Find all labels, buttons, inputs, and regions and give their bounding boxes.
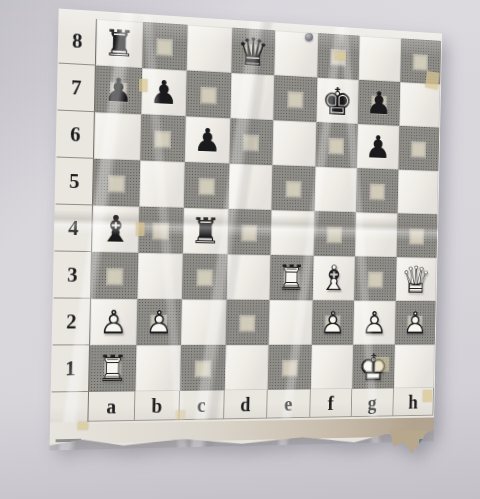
file-label-f: f — [310, 389, 353, 418]
square-e5[interactable] — [271, 165, 315, 211]
square-b2[interactable]: ♟♙ — [136, 299, 182, 345]
square-marker — [286, 181, 301, 197]
chess-board-wrap: 8♜♛7♟♟♚♟6♟♟54♝♜3♜♖♝♗♛♕2♟♙♟♙♟♙♟♙♟♙1♜♖♚♔ab… — [49, 9, 480, 464]
square-h5[interactable] — [397, 170, 438, 215]
piece-bP-g6[interactable]: ♟ — [357, 124, 399, 170]
square-c3[interactable] — [182, 254, 227, 300]
square-c2[interactable] — [181, 299, 226, 345]
square-a2[interactable]: ♟♙ — [90, 299, 137, 346]
square-a8[interactable]: ♜ — [96, 19, 143, 68]
square-h6[interactable] — [398, 126, 439, 171]
square-a6[interactable] — [94, 112, 141, 160]
rank-label-4: 4 — [55, 204, 93, 252]
square-marker — [201, 87, 216, 103]
square-d5[interactable] — [228, 164, 272, 210]
piece-wR-a1[interactable]: ♜♖ — [89, 345, 136, 392]
maker-mark — [56, 439, 82, 443]
piece-bR-c4[interactable]: ♜ — [183, 208, 228, 255]
square-d2[interactable] — [225, 300, 269, 345]
square-f6[interactable] — [315, 122, 358, 168]
piece-wP-g2[interactable]: ♟♙ — [353, 301, 395, 345]
square-a3[interactable] — [91, 252, 138, 299]
push-pin — [305, 33, 313, 41]
square-marker — [370, 184, 384, 199]
square-marker — [195, 361, 210, 377]
square-b8[interactable] — [142, 22, 188, 71]
square-b7[interactable]: ♟ — [141, 68, 187, 116]
square-c6[interactable]: ♟ — [185, 116, 230, 163]
piece-wQ-h3[interactable]: ♛♕ — [395, 257, 436, 301]
piece-wP-h2[interactable]: ♟♙ — [394, 301, 435, 345]
piece-bK-f7[interactable]: ♚ — [316, 78, 359, 124]
file-label-e: e — [267, 389, 310, 418]
tape-piece — [425, 71, 440, 90]
piece-wB-f3[interactable]: ♝♗ — [312, 256, 355, 301]
square-g6[interactable]: ♟ — [357, 124, 399, 170]
piece-glyph: ♟ — [357, 124, 399, 170]
square-c1[interactable] — [180, 345, 225, 391]
square-d8[interactable]: ♛ — [231, 28, 275, 76]
square-marker — [414, 54, 428, 70]
square-marker — [288, 91, 303, 107]
tape-piece — [77, 422, 88, 430]
square-marker — [412, 141, 426, 156]
square-a5[interactable] — [93, 159, 140, 207]
rank-label-2: 2 — [53, 298, 91, 345]
square-marker — [107, 268, 123, 284]
square-e7[interactable] — [273, 75, 317, 122]
piece-wP-b2[interactable]: ♟♙ — [136, 299, 182, 345]
square-marker — [240, 315, 255, 330]
square-marker — [244, 134, 259, 150]
piece-glyph: ♟ — [95, 66, 142, 115]
square-h1[interactable] — [393, 345, 434, 389]
piece-glyph: ♚ — [316, 78, 359, 124]
piece-bP-b7[interactable]: ♟ — [141, 68, 187, 116]
piece-outline: ♗ — [312, 256, 355, 301]
piece-outline: ♖ — [270, 255, 314, 300]
tape-piece — [375, 357, 389, 372]
square-marker — [410, 229, 424, 244]
square-marker — [157, 39, 172, 56]
square-g2[interactable]: ♟♙ — [353, 301, 395, 345]
piece-bP-a7[interactable]: ♟ — [95, 66, 142, 115]
piece-glyph: ♛ — [231, 28, 275, 76]
square-marker — [282, 360, 297, 375]
piece-bR-a8[interactable]: ♜ — [96, 19, 143, 68]
square-f1[interactable] — [310, 345, 353, 390]
fold-shadow — [50, 417, 435, 444]
file-label-d: d — [224, 390, 268, 419]
square-h4[interactable] — [396, 213, 437, 257]
square-a1[interactable]: ♜♖ — [89, 345, 136, 392]
piece-bP-g7[interactable]: ♟ — [358, 80, 400, 126]
folded-corner — [389, 429, 427, 454]
square-c4[interactable]: ♜ — [183, 208, 228, 255]
square-f7[interactable]: ♚ — [316, 78, 359, 124]
square-c8[interactable] — [187, 25, 232, 73]
rank-label-7: 7 — [58, 64, 96, 113]
square-c5[interactable] — [184, 162, 229, 209]
square-d1[interactable] — [224, 345, 268, 390]
teal-speck — [419, 439, 423, 447]
file-label-a: a — [88, 391, 135, 421]
file-label-g: g — [352, 388, 394, 417]
square-e1[interactable] — [268, 345, 312, 390]
square-d3[interactable] — [226, 254, 270, 300]
square-e3[interactable]: ♜♖ — [270, 255, 314, 300]
square-b3[interactable] — [137, 253, 183, 300]
tape-piece — [139, 79, 148, 92]
square-c7[interactable] — [186, 71, 231, 119]
tape-piece — [423, 390, 433, 402]
square-a7[interactable]: ♟ — [95, 66, 142, 115]
piece-outline: ♙ — [90, 299, 137, 346]
square-marker — [109, 175, 125, 191]
piece-wP-f2[interactable]: ♟♙ — [311, 300, 354, 345]
rank-label-6: 6 — [57, 111, 95, 159]
piece-outline: ♙ — [353, 301, 395, 345]
square-marker — [329, 138, 343, 154]
piece-bB-a4[interactable]: ♝ — [92, 205, 139, 252]
square-e6[interactable] — [272, 120, 316, 166]
square-d7[interactable] — [230, 73, 274, 120]
piece-bP-c6[interactable]: ♟ — [185, 116, 230, 163]
rank-label-1: 1 — [52, 345, 90, 392]
square-f3[interactable]: ♝♗ — [312, 256, 355, 301]
square-marker — [242, 225, 257, 241]
square-g7[interactable]: ♟ — [358, 80, 400, 126]
piece-glyph: ♟ — [141, 68, 187, 116]
piece-outline: ♖ — [89, 345, 136, 392]
piece-outline: ♙ — [394, 301, 435, 345]
square-marker — [153, 223, 168, 239]
piece-outline: ♕ — [395, 257, 436, 301]
piece-wP-a2[interactable]: ♟♙ — [90, 299, 137, 346]
piece-glyph: ♝ — [92, 205, 139, 252]
square-f2[interactable]: ♟♙ — [311, 300, 354, 345]
square-d4[interactable] — [227, 209, 271, 255]
label-corner — [51, 392, 89, 422]
square-b6[interactable] — [140, 114, 186, 162]
square-d6[interactable] — [229, 118, 273, 165]
piece-outline: ♙ — [136, 299, 182, 345]
rank-label-5: 5 — [56, 158, 94, 206]
chess-board: 8♜♛7♟♟♚♟6♟♟54♝♜3♜♖♝♗♛♕2♟♙♟♙♟♙♟♙♟♙1♜♖♚♔ab… — [49, 9, 442, 451]
file-label-b: b — [134, 391, 180, 421]
piece-outline: ♙ — [311, 300, 354, 345]
square-g8[interactable] — [359, 36, 401, 82]
square-b5[interactable] — [139, 160, 185, 207]
square-marker — [368, 272, 382, 287]
file-label-c: c — [179, 390, 224, 420]
rank-label-8: 8 — [59, 17, 97, 66]
square-marker — [197, 270, 212, 286]
square-h2[interactable]: ♟♙ — [394, 301, 435, 345]
square-g5[interactable] — [356, 168, 398, 213]
piece-bQ-d8[interactable]: ♛ — [231, 28, 275, 76]
piece-glyph: ♜ — [96, 19, 143, 68]
square-b4[interactable] — [138, 207, 184, 254]
square-marker — [327, 227, 341, 242]
square-f5[interactable] — [314, 167, 357, 213]
square-marker — [199, 178, 214, 194]
piece-glyph: ♟ — [185, 116, 230, 163]
tape-piece — [176, 410, 186, 419]
piece-glyph: ♜ — [183, 208, 228, 255]
square-g3[interactable] — [354, 256, 396, 300]
square-b1[interactable] — [135, 345, 181, 391]
rank-label-3: 3 — [54, 251, 92, 298]
square-marker — [155, 131, 170, 147]
square-h3[interactable]: ♛♕ — [395, 257, 436, 301]
tape-piece — [136, 222, 145, 236]
square-a4[interactable]: ♝ — [92, 205, 139, 252]
piece-glyph: ♟ — [358, 80, 400, 126]
square-e4[interactable] — [270, 210, 314, 256]
square-f4[interactable] — [313, 211, 356, 256]
square-g4[interactable] — [355, 212, 397, 257]
piece-wR-e3[interactable]: ♜♖ — [270, 255, 314, 300]
square-e2[interactable] — [269, 300, 313, 345]
tape-piece — [334, 51, 346, 60]
